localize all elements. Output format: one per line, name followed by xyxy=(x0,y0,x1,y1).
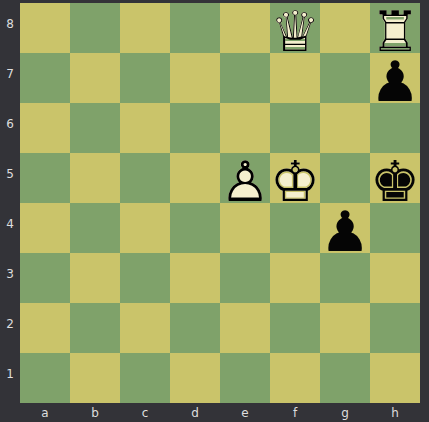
square-h5[interactable]: ♚ xyxy=(370,153,420,203)
file-label-b: b xyxy=(70,403,120,422)
file-label-a: a xyxy=(20,403,70,422)
square-h2[interactable] xyxy=(370,303,420,353)
square-a2[interactable] xyxy=(20,303,70,353)
square-c6[interactable] xyxy=(120,103,170,153)
square-g5[interactable] xyxy=(320,153,370,203)
black-pawn-icon: ♟ xyxy=(370,57,420,107)
file-labels: abcdefgh xyxy=(20,403,420,422)
white-rook-outline-icon: ♖ xyxy=(370,7,420,57)
white-pawn-outline-icon: ♙ xyxy=(220,157,270,207)
white-king-outline-icon: ♔ xyxy=(270,157,320,207)
square-e1[interactable] xyxy=(220,353,270,403)
piece-white-pawn-e5[interactable]: ♟♙ xyxy=(220,153,270,203)
rank-label-4: 4 xyxy=(0,203,20,253)
rank-label-8: 8 xyxy=(0,3,20,53)
square-f7[interactable] xyxy=(270,53,320,103)
file-label-d: d xyxy=(170,403,220,422)
square-a1[interactable] xyxy=(20,353,70,403)
piece-black-king-h5[interactable]: ♚ xyxy=(370,153,420,203)
square-h8[interactable]: ♜♖ xyxy=(370,3,420,53)
square-b6[interactable] xyxy=(70,103,120,153)
square-f3[interactable] xyxy=(270,253,320,303)
square-g6[interactable] xyxy=(320,103,370,153)
file-label-g: g xyxy=(320,403,370,422)
square-h7[interactable]: ♟ xyxy=(370,53,420,103)
file-label-f: f xyxy=(270,403,320,422)
white-queen-icon: ♛ xyxy=(270,7,320,57)
square-c8[interactable] xyxy=(120,3,170,53)
file-label-c: c xyxy=(120,403,170,422)
square-e3[interactable] xyxy=(220,253,270,303)
square-c4[interactable] xyxy=(120,203,170,253)
square-f2[interactable] xyxy=(270,303,320,353)
square-c7[interactable] xyxy=(120,53,170,103)
rank-label-5: 5 xyxy=(0,153,20,203)
square-g3[interactable] xyxy=(320,253,370,303)
black-pawn-icon: ♟ xyxy=(320,207,370,257)
square-f8[interactable]: ♛♕ xyxy=(270,3,320,53)
white-rook-icon: ♜ xyxy=(370,7,420,57)
piece-black-pawn-h7[interactable]: ♟ xyxy=(370,53,420,103)
square-g7[interactable] xyxy=(320,53,370,103)
rank-label-7: 7 xyxy=(0,53,20,103)
square-d5[interactable] xyxy=(170,153,220,203)
chess-board-frame: 87654321 ♛♕♜♖♟♟♙♚♔♚♟ abcdefgh xyxy=(0,0,429,422)
square-b3[interactable] xyxy=(70,253,120,303)
square-b1[interactable] xyxy=(70,353,120,403)
rank-labels: 87654321 xyxy=(0,3,20,403)
rank-label-6: 6 xyxy=(0,103,20,153)
piece-white-queen-f8[interactable]: ♛♕ xyxy=(270,3,320,53)
white-pawn-icon: ♟ xyxy=(220,157,270,207)
square-b5[interactable] xyxy=(70,153,120,203)
white-king-icon: ♚ xyxy=(270,157,320,207)
square-c5[interactable] xyxy=(120,153,170,203)
square-e2[interactable] xyxy=(220,303,270,353)
square-d4[interactable] xyxy=(170,203,220,253)
square-b7[interactable] xyxy=(70,53,120,103)
square-g8[interactable] xyxy=(320,3,370,53)
square-d8[interactable] xyxy=(170,3,220,53)
square-a3[interactable] xyxy=(20,253,70,303)
square-e7[interactable] xyxy=(220,53,270,103)
piece-white-rook-h8[interactable]: ♜♖ xyxy=(370,3,420,53)
square-c2[interactable] xyxy=(120,303,170,353)
square-e6[interactable] xyxy=(220,103,270,153)
white-queen-outline-icon: ♕ xyxy=(270,7,320,57)
square-d6[interactable] xyxy=(170,103,220,153)
square-e4[interactable] xyxy=(220,203,270,253)
rank-label-3: 3 xyxy=(0,253,20,303)
chess-board: ♛♕♜♖♟♟♙♚♔♚♟ xyxy=(20,3,420,403)
square-d3[interactable] xyxy=(170,253,220,303)
square-f6[interactable] xyxy=(270,103,320,153)
square-d7[interactable] xyxy=(170,53,220,103)
file-label-h: h xyxy=(370,403,420,422)
square-g2[interactable] xyxy=(320,303,370,353)
square-h6[interactable] xyxy=(370,103,420,153)
file-label-e: e xyxy=(220,403,270,422)
rank-label-2: 2 xyxy=(0,303,20,353)
square-f4[interactable] xyxy=(270,203,320,253)
piece-white-king-f5[interactable]: ♚♔ xyxy=(270,153,320,203)
square-g1[interactable] xyxy=(320,353,370,403)
rank-label-1: 1 xyxy=(0,353,20,403)
square-a5[interactable] xyxy=(20,153,70,203)
square-h3[interactable] xyxy=(370,253,420,303)
square-a4[interactable] xyxy=(20,203,70,253)
piece-black-pawn-g4[interactable]: ♟ xyxy=(320,203,370,253)
square-e8[interactable] xyxy=(220,3,270,53)
square-a7[interactable] xyxy=(20,53,70,103)
square-c1[interactable] xyxy=(120,353,170,403)
square-f1[interactable] xyxy=(270,353,320,403)
black-king-icon: ♚ xyxy=(370,157,420,207)
square-c3[interactable] xyxy=(120,253,170,303)
square-g4[interactable]: ♟ xyxy=(320,203,370,253)
square-a8[interactable] xyxy=(20,3,70,53)
square-a6[interactable] xyxy=(20,103,70,153)
square-b4[interactable] xyxy=(70,203,120,253)
square-e5[interactable]: ♟♙ xyxy=(220,153,270,203)
square-b2[interactable] xyxy=(70,303,120,353)
square-b8[interactable] xyxy=(70,3,120,53)
square-d2[interactable] xyxy=(170,303,220,353)
square-f5[interactable]: ♚♔ xyxy=(270,153,320,203)
square-h4[interactable] xyxy=(370,203,420,253)
square-h1[interactable] xyxy=(370,353,420,403)
square-d1[interactable] xyxy=(170,353,220,403)
